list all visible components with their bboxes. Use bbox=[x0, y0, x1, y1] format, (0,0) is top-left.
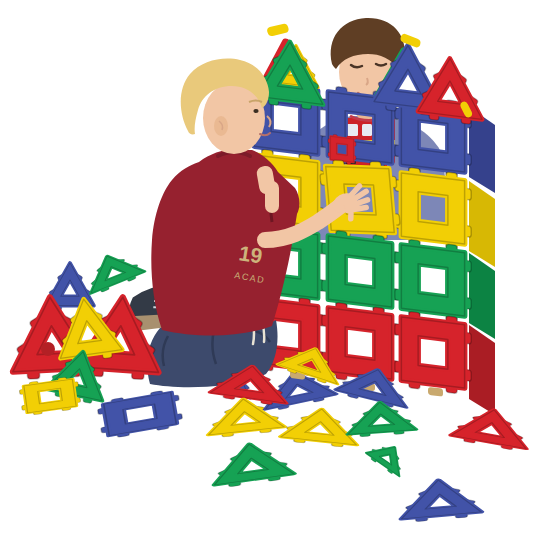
boy-blond-ear bbox=[214, 116, 228, 136]
product-photo: 19 ACAD bbox=[0, 0, 533, 533]
pyramid-red-ball bbox=[41, 342, 55, 356]
boy-blond-eye bbox=[253, 109, 258, 113]
